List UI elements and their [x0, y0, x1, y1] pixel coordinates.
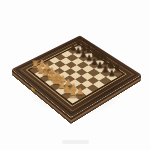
square-d6: [77, 62, 88, 69]
white-rook: ♜: [29, 60, 43, 70]
square-b3: [48, 64, 59, 71]
square-a6: [61, 51, 72, 58]
square-c5: [65, 61, 76, 68]
square-d5: [71, 65, 83, 72]
square-b5: [60, 58, 71, 65]
black-knight: ♞: [104, 60, 118, 70]
product-photo: ♜♞♝♛♚♝♞♜♟♟♟♟♟♟♟♟♟♟♟♟♟♟♟♟♜♞♝♛♚♝♞♜: [0, 0, 150, 150]
square-c4: [59, 64, 70, 71]
square-c8: ♝: [83, 52, 94, 59]
black-knight: ♞: [77, 42, 90, 52]
black-rook: ♜: [72, 39, 85, 48]
black-bishop: ♝: [83, 44, 96, 55]
square-b4: [54, 61, 65, 68]
square-a4: [49, 57, 60, 64]
square-d7: ♟: [83, 59, 94, 66]
square-b6: [66, 54, 77, 61]
square-c7: ♟: [78, 55, 89, 62]
square-e7: ♟: [88, 62, 99, 69]
square-a2: ♟: [36, 63, 47, 70]
square-a7: ♟: [67, 48, 78, 54]
black-pawn: ♟: [71, 47, 84, 55]
square-f7: ♟: [94, 66, 106, 73]
square-a3: [43, 60, 54, 67]
photo-scene: ♜♞♝♛♚♝♞♜♟♟♟♟♟♟♟♟♟♟♟♟♟♟♟♟♜♞♝♛♚♝♞♜: [0, 0, 150, 150]
chessboard: ♜♞♝♛♚♝♞♜♟♟♟♟♟♟♟♟♟♟♟♟♟♟♟♟♜♞♝♛♚♝♞♜: [12, 36, 142, 118]
black-queen: ♛: [88, 47, 101, 59]
white-pawn: ♟: [35, 59, 49, 67]
black-pawn: ♟: [77, 50, 90, 58]
black-king: ♚: [93, 49, 107, 62]
square-f8: ♝: [100, 63, 111, 70]
watermark: [62, 140, 89, 144]
square-c6: [72, 58, 83, 65]
black-bishop: ♝: [99, 55, 113, 66]
brass-latch: [31, 87, 35, 93]
square-e8: ♚: [94, 59, 105, 66]
black-pawn: ♟: [87, 57, 101, 65]
square-b7: ♟: [72, 51, 83, 58]
square-b8: ♞: [78, 48, 89, 54]
square-e6: [82, 65, 94, 72]
square-a8: ♜: [73, 45, 84, 51]
white-pawn: ♟: [40, 62, 54, 70]
black-pawn: ♟: [82, 54, 96, 62]
square-a5: [55, 54, 66, 61]
black-pawn: ♟: [66, 43, 79, 51]
black-pawn: ♟: [93, 61, 107, 69]
square-d8: ♛: [89, 55, 100, 62]
black-pawn: ♟: [98, 65, 112, 74]
